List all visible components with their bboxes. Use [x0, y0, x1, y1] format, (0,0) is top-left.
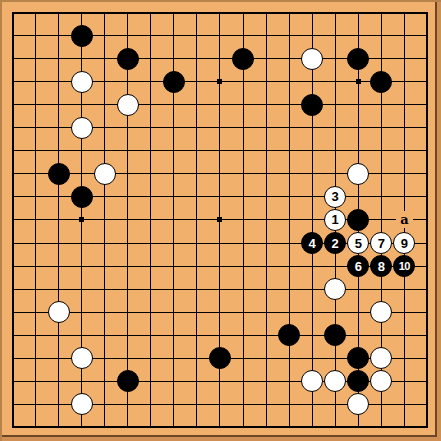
- black-stone: [347, 370, 369, 392]
- grid-line-horizontal: [12, 335, 429, 336]
- white-stone: [301, 48, 323, 70]
- star-point: [356, 79, 361, 84]
- grid-line-horizontal: [12, 426, 429, 428]
- black-stone: [117, 370, 139, 392]
- white-stone: [370, 370, 392, 392]
- black-stone: [347, 347, 369, 369]
- black-stone: [232, 48, 254, 70]
- white-stone: [94, 163, 116, 185]
- move-number: 10: [399, 261, 410, 272]
- board-edge-top-highlight: [0, 0, 441, 2]
- white-stone: [71, 347, 93, 369]
- black-stone: [71, 25, 93, 47]
- star-point: [217, 79, 222, 84]
- grid-line-horizontal: [12, 312, 429, 313]
- move-1-stone: 1: [324, 209, 346, 231]
- white-stone: [370, 347, 392, 369]
- black-stone: [347, 209, 369, 231]
- move-number: 4: [309, 237, 316, 250]
- board-frame-line-right: [435, 2, 437, 437]
- black-stone: [347, 48, 369, 70]
- black-stone: [370, 71, 392, 93]
- move-number: 3: [332, 190, 339, 203]
- move-number: 9: [401, 237, 408, 250]
- move-8-stone: 8: [370, 255, 392, 277]
- move-number: 2: [332, 237, 339, 250]
- black-stone: [324, 324, 346, 346]
- move-6-stone: 6: [347, 255, 369, 277]
- board-shadow-bottom: [2, 437, 441, 441]
- board-frame-line-bottom: [2, 435, 437, 437]
- move-number: 7: [378, 237, 385, 250]
- grid-line-vertical: [243, 12, 244, 429]
- move-number: 5: [355, 237, 362, 250]
- move-10-stone: 10: [393, 255, 415, 277]
- black-stone: [117, 48, 139, 70]
- move-9-stone: 9: [393, 232, 415, 254]
- white-stone: [347, 163, 369, 185]
- point-label-a: a: [396, 211, 413, 228]
- white-stone: [324, 370, 346, 392]
- white-stone: [301, 370, 323, 392]
- grid-line-vertical: [426, 12, 428, 429]
- black-stone: [301, 94, 323, 116]
- grid-line-horizontal: [12, 289, 429, 290]
- move-2-stone: 2: [324, 232, 346, 254]
- white-stone: [117, 94, 139, 116]
- go-board-frame: 31425796810a: [0, 0, 441, 441]
- grid-line-vertical: [312, 12, 313, 429]
- white-stone: [324, 278, 346, 300]
- board-shadow-right: [437, 2, 441, 441]
- white-stone: [71, 117, 93, 139]
- black-stone: [163, 71, 185, 93]
- grid-line-vertical: [266, 12, 267, 429]
- move-3-stone: 3: [324, 186, 346, 208]
- white-stone: [347, 393, 369, 415]
- grid-line-vertical: [289, 12, 290, 429]
- move-7-stone: 7: [370, 232, 392, 254]
- move-number: 6: [355, 260, 362, 273]
- white-stone: [71, 393, 93, 415]
- black-stone: [278, 324, 300, 346]
- white-stone: [71, 71, 93, 93]
- black-stone: [48, 163, 70, 185]
- white-stone: [370, 301, 392, 323]
- move-5-stone: 5: [347, 232, 369, 254]
- move-number: 8: [378, 260, 385, 273]
- move-number: 1: [332, 213, 339, 226]
- black-stone: [209, 347, 231, 369]
- star-point: [79, 217, 84, 222]
- board-edge-left-highlight: [0, 0, 2, 441]
- move-4-stone: 4: [301, 232, 323, 254]
- go-board[interactable]: 31425796810a: [0, 0, 441, 441]
- black-stone: [71, 186, 93, 208]
- star-point: [217, 217, 222, 222]
- white-stone: [48, 301, 70, 323]
